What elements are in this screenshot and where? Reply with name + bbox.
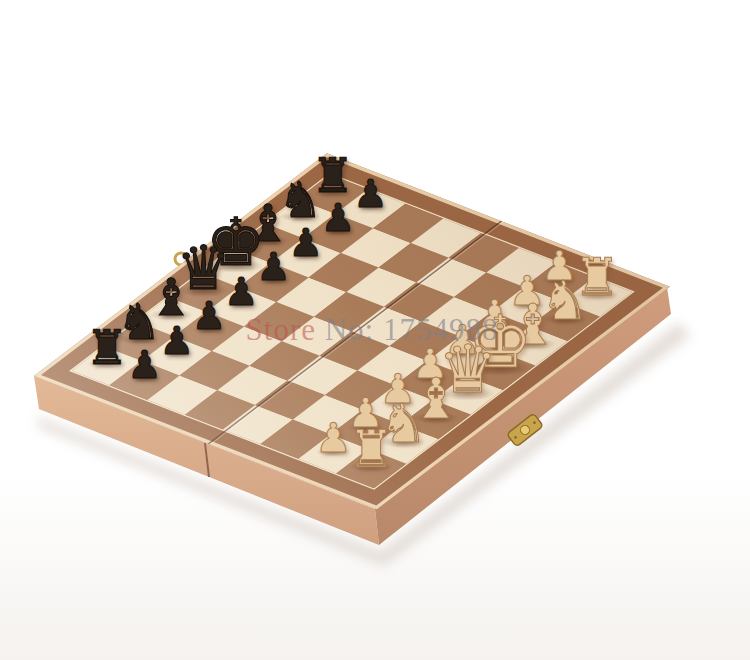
watermark-store: Store <box>246 312 316 347</box>
watermark-number: No: 1754988 <box>325 312 499 347</box>
product-photo: ♜♞♝♛♚♝♞♜♟♟♟♟♟♟♟♟♟♟♟♟♟♟♟♟♜♞♝♛♚♝♞♜ Store N… <box>0 0 750 660</box>
watermark: Store No: 1754988 <box>246 312 499 348</box>
